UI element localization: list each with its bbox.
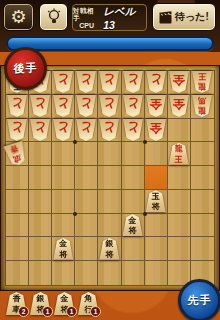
- board-square-r9c7[interactable]: [145, 261, 168, 285]
- hand-piece-金将[interactable]: 金将1: [54, 292, 75, 316]
- thinking-gauge-bar: [6, 36, 214, 51]
- board-square-r7c1[interactable]: [6, 214, 29, 238]
- piece-と-gote[interactable]: と: [53, 119, 73, 141]
- board-square-r2c9[interactable]: 龍馬: [191, 95, 214, 119]
- board-square-r9c5[interactable]: [98, 261, 121, 285]
- board-square-r3c4[interactable]: と: [75, 119, 98, 143]
- piece-全-gote[interactable]: 全: [169, 95, 189, 117]
- board-square-r6c6[interactable]: [122, 190, 145, 214]
- board-square-r6c8[interactable]: [168, 190, 191, 214]
- board-square-r5c1[interactable]: [6, 166, 29, 190]
- piece-銀将-sente[interactable]: 銀将: [99, 238, 119, 260]
- board-square-r7c9[interactable]: [191, 214, 214, 238]
- undo-matta-button[interactable]: 待った!: [152, 3, 216, 31]
- shogi-app-screen: ⚙ 対戦相手 CPU レベル13: [0, 0, 220, 320]
- board-square-r2c3[interactable]: と: [52, 95, 75, 119]
- board-square-r4c5[interactable]: [98, 142, 121, 166]
- board-square-r7c4[interactable]: [75, 214, 98, 238]
- board-square-r7c8[interactable]: [168, 214, 191, 238]
- board-square-r8c3[interactable]: 金将: [52, 237, 75, 261]
- gear-icon: ⚙: [10, 8, 26, 26]
- hand-piece-香車[interactable]: 香車2: [6, 292, 27, 316]
- piece-と-gote[interactable]: と: [7, 95, 27, 117]
- board-square-r2c6[interactable]: と: [122, 95, 145, 119]
- board-square-r2c4[interactable]: と: [75, 95, 98, 119]
- piece-と-gote[interactable]: と: [53, 95, 73, 117]
- board-square-r1c4[interactable]: と: [75, 71, 98, 95]
- board-square-r5c7[interactable]: [145, 166, 168, 190]
- board-square-r8c7[interactable]: [145, 237, 168, 261]
- board-square-r8c6[interactable]: [122, 237, 145, 261]
- board-square-r6c3[interactable]: [52, 190, 75, 214]
- lightbulb-icon: [46, 8, 62, 26]
- piece-全-gote[interactable]: 全: [146, 119, 166, 141]
- board-square-r2c8[interactable]: 全: [168, 95, 191, 119]
- board-square-r9c2[interactable]: [29, 261, 52, 285]
- hand-piece-count: 1: [66, 306, 77, 317]
- board-square-r2c7[interactable]: 全: [145, 95, 168, 119]
- board-square-r9c3[interactable]: [52, 261, 75, 285]
- piece-と-gote[interactable]: と: [7, 119, 27, 141]
- hand-piece-角行[interactable]: 角行1: [78, 292, 99, 316]
- piece-と-gote[interactable]: と: [146, 71, 166, 93]
- hand-piece-count: 1: [42, 306, 53, 317]
- piece-と-gote[interactable]: と: [30, 119, 50, 141]
- board-square-r6c5[interactable]: [98, 190, 121, 214]
- board-square-r3c8[interactable]: [168, 119, 191, 143]
- settings-button[interactable]: ⚙: [3, 3, 34, 31]
- board-square-r2c5[interactable]: と: [98, 95, 121, 119]
- board-square-r1c3[interactable]: と: [52, 71, 75, 95]
- board-square-r8c2[interactable]: [29, 237, 52, 261]
- board-square-r6c2[interactable]: [29, 190, 52, 214]
- piece-龍王-gote[interactable]: 龍王: [192, 71, 212, 93]
- piece-龍王-sente[interactable]: 龍王: [169, 143, 189, 165]
- piece-と-gote[interactable]: と: [99, 119, 119, 141]
- piece-と-gote[interactable]: と: [30, 95, 50, 117]
- hint-button[interactable]: [39, 3, 68, 31]
- piece-金将-sente[interactable]: 金将: [53, 238, 73, 260]
- piece-と-gote[interactable]: と: [123, 119, 143, 141]
- board-square-r3c6[interactable]: と: [122, 119, 145, 143]
- piece-全-gote[interactable]: 全: [169, 71, 189, 93]
- piece-と-gote[interactable]: と: [76, 119, 96, 141]
- board-square-r5c4[interactable]: [75, 166, 98, 190]
- hand-piece-銀将[interactable]: 銀将1: [30, 292, 51, 316]
- board-square-r8c4[interactable]: [75, 237, 98, 261]
- board-square-r3c1[interactable]: と: [6, 119, 29, 143]
- sente-captured-pieces-tray: 香車2銀将1金将1角行1: [6, 292, 99, 316]
- piece-と-gote[interactable]: と: [76, 95, 96, 117]
- board-square-r4c7[interactable]: [145, 142, 168, 166]
- board-square-r7c3[interactable]: [52, 214, 75, 238]
- board-square-r3c2[interactable]: と: [29, 119, 52, 143]
- opponent-info-panel: 対戦相手 CPU レベル13: [72, 4, 147, 31]
- board-square-r5c2[interactable]: [29, 166, 52, 190]
- board-square-r3c3[interactable]: と: [52, 119, 75, 143]
- board-square-r5c9[interactable]: [191, 166, 214, 190]
- board-square-r5c3[interactable]: [52, 166, 75, 190]
- gote-player-badge: 後手: [4, 47, 47, 90]
- board-square-r2c2[interactable]: と: [29, 95, 52, 119]
- board-square-r6c9[interactable]: [191, 190, 214, 214]
- piece-龍馬-gote[interactable]: 龍馬: [192, 95, 212, 117]
- board-square-r1c6[interactable]: と: [122, 71, 145, 95]
- board-square-r3c9[interactable]: [191, 119, 214, 143]
- board-square-r9c1[interactable]: [6, 261, 29, 285]
- board-square-r7c5[interactable]: [98, 214, 121, 238]
- piece-全-gote[interactable]: 全: [146, 95, 166, 117]
- board-square-r1c8[interactable]: 全: [168, 71, 191, 95]
- board-square-r7c2[interactable]: [29, 214, 52, 238]
- board-square-r4c6[interactable]: [122, 142, 145, 166]
- undo-button-label: 待った!: [175, 10, 209, 24]
- board-square-r8c9[interactable]: [191, 237, 214, 261]
- board-square-r6c4[interactable]: [75, 190, 98, 214]
- board-square-r4c3[interactable]: [52, 142, 75, 166]
- board-square-r6c7[interactable]: 玉将: [145, 190, 168, 214]
- board-square-r1c5[interactable]: と: [98, 71, 121, 95]
- piece-と-gote[interactable]: と: [123, 71, 143, 93]
- opponent-type: CPU: [79, 22, 94, 29]
- sente-player-badge: 先手: [178, 279, 220, 320]
- board-square-r8c5[interactable]: 銀将: [98, 237, 121, 261]
- board-square-r7c7[interactable]: [145, 214, 168, 238]
- board-square-r4c1[interactable]: 成香: [6, 142, 29, 166]
- board-square-r9c6[interactable]: [122, 261, 145, 285]
- hand-piece-count: 2: [18, 306, 29, 317]
- board-square-r5c8[interactable]: [168, 166, 191, 190]
- piece-と-gote[interactable]: と: [99, 95, 119, 117]
- piece-成香-gote[interactable]: 成香: [3, 141, 29, 168]
- star-point: [73, 212, 77, 216]
- board-square-r4c9[interactable]: [191, 142, 214, 166]
- piece-と-gote[interactable]: と: [99, 71, 119, 93]
- hand-piece-count: 1: [90, 306, 101, 317]
- board-square-r2c1[interactable]: と: [6, 95, 29, 119]
- board-square-r3c7[interactable]: 全: [145, 119, 168, 143]
- opponent-level: レベル13: [103, 5, 146, 31]
- clapperboard-icon: [159, 11, 172, 24]
- piece-と-gote[interactable]: と: [53, 71, 73, 93]
- piece-と-gote[interactable]: と: [123, 95, 143, 117]
- board-square-r9c4[interactable]: [75, 261, 98, 285]
- piece-玉将-sente[interactable]: 玉将: [146, 190, 166, 212]
- board-square-r4c2[interactable]: [29, 142, 52, 166]
- board-square-r1c7[interactable]: と: [145, 71, 168, 95]
- board-square-r7c6[interactable]: 金将: [122, 214, 145, 238]
- opponent-label: 対戦相手: [73, 7, 100, 21]
- board-square-r1c9[interactable]: 龍王: [191, 71, 214, 95]
- piece-と-gote[interactable]: と: [76, 71, 96, 93]
- board-square-r6c1[interactable]: [6, 190, 29, 214]
- shogi-board-frame: 王将とととととと全龍王とととととと全全龍馬とととととと全成香龍王玉将金将金将銀将: [0, 65, 220, 291]
- board-square-r3c5[interactable]: と: [98, 119, 121, 143]
- piece-金将-sente[interactable]: 金将: [123, 214, 143, 236]
- board-square-r8c8[interactable]: [168, 237, 191, 261]
- board-square-r5c6[interactable]: [122, 166, 145, 190]
- board-square-r4c8[interactable]: 龍王: [168, 142, 191, 166]
- board-square-r8c1[interactable]: [6, 237, 29, 261]
- board-square-r5c5[interactable]: [98, 166, 121, 190]
- shogi-board: 王将とととととと全龍王とととととと全全龍馬とととととと全成香龍王玉将金将金将銀将: [5, 70, 215, 286]
- board-square-r4c4[interactable]: [75, 142, 98, 166]
